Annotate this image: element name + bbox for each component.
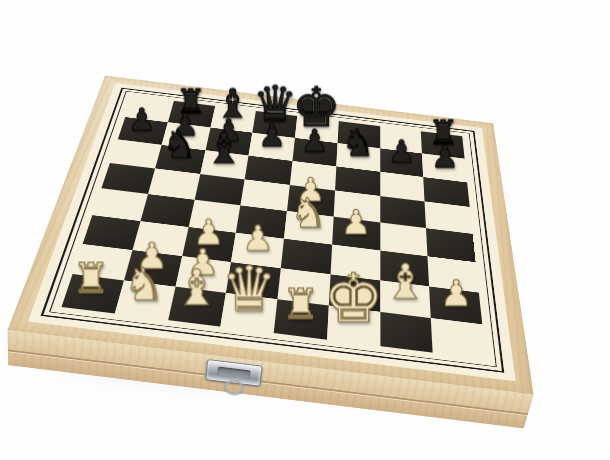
square-b1[interactable]: ♞ bbox=[115, 281, 175, 321]
square-g2[interactable]: ♝ bbox=[380, 280, 431, 318]
piece-white-pawn-f4[interactable]: ♟ bbox=[341, 206, 371, 238]
piece-black-pawn-a7[interactable]: ♟ bbox=[128, 105, 156, 134]
square-h5[interactable] bbox=[425, 202, 473, 234]
piece-white-queen-d1[interactable]: ♛ bbox=[221, 259, 277, 318]
square-d1[interactable]: ♛ bbox=[221, 293, 278, 333]
square-c5[interactable] bbox=[194, 174, 245, 205]
piece-white-knight-b1[interactable]: ♞ bbox=[124, 262, 165, 305]
piece-white-pawn-h2[interactable]: ♟ bbox=[440, 276, 472, 310]
piece-white-bishop-g2[interactable]: ♝ bbox=[384, 258, 427, 304]
square-d5[interactable] bbox=[241, 180, 290, 211]
square-f1[interactable]: ♚ bbox=[327, 306, 380, 346]
piece-black-knight-f7[interactable]: ♞ bbox=[341, 125, 374, 160]
square-e1[interactable]: ♜ bbox=[274, 299, 329, 339]
piece-white-knight-e4[interactable]: ♞ bbox=[290, 193, 327, 232]
square-a1[interactable]: ♜ bbox=[61, 274, 123, 313]
piece-black-knight-b6[interactable]: ♞ bbox=[162, 127, 196, 163]
piece-white-king-f1[interactable]: ♚ bbox=[323, 267, 384, 331]
chess-set-photo: ♜♝♛♚♜♟♟♟♟♟♞♟♟♞♝♟♞♟♟♟♟♟♝♟♜♞♝♛♜♚ bbox=[0, 0, 610, 460]
square-g1[interactable] bbox=[380, 312, 433, 353]
piece-black-pawn-g7[interactable]: ♟ bbox=[388, 137, 416, 166]
piece-black-bishop-c6[interactable]: ♝ bbox=[205, 128, 243, 168]
piece-black-pawn-e7[interactable]: ♟ bbox=[301, 126, 329, 155]
wooden-box: ♜♝♛♚♜♟♟♟♟♟♞♟♟♞♝♟♞♟♟♟♟♟♝♟♜♞♝♛♜♚ bbox=[8, 76, 534, 395]
square-h2[interactable]: ♟ bbox=[429, 286, 482, 324]
clasp-slot bbox=[217, 367, 250, 380]
piece-white-rook-e1[interactable]: ♜ bbox=[282, 285, 319, 325]
piece-black-pawn-d7[interactable]: ♟ bbox=[258, 121, 286, 150]
scene: ♜♝♛♚♜♟♟♟♟♟♞♟♟♞♝♟♞♟♟♟♟♟♝♟♜♞♝♛♜♚ bbox=[0, 0, 610, 460]
square-h1[interactable] bbox=[431, 318, 486, 359]
piece-white-pawn-d3[interactable]: ♟ bbox=[242, 222, 273, 255]
square-c1[interactable]: ♝ bbox=[168, 287, 227, 327]
square-a5[interactable] bbox=[101, 163, 154, 194]
piece-black-pawn-h7[interactable]: ♟ bbox=[431, 142, 459, 171]
piece-white-rook-a1[interactable]: ♜ bbox=[73, 259, 110, 299]
piece-white-bishop-c1[interactable]: ♝ bbox=[174, 264, 219, 311]
square-g5[interactable] bbox=[380, 196, 426, 228]
